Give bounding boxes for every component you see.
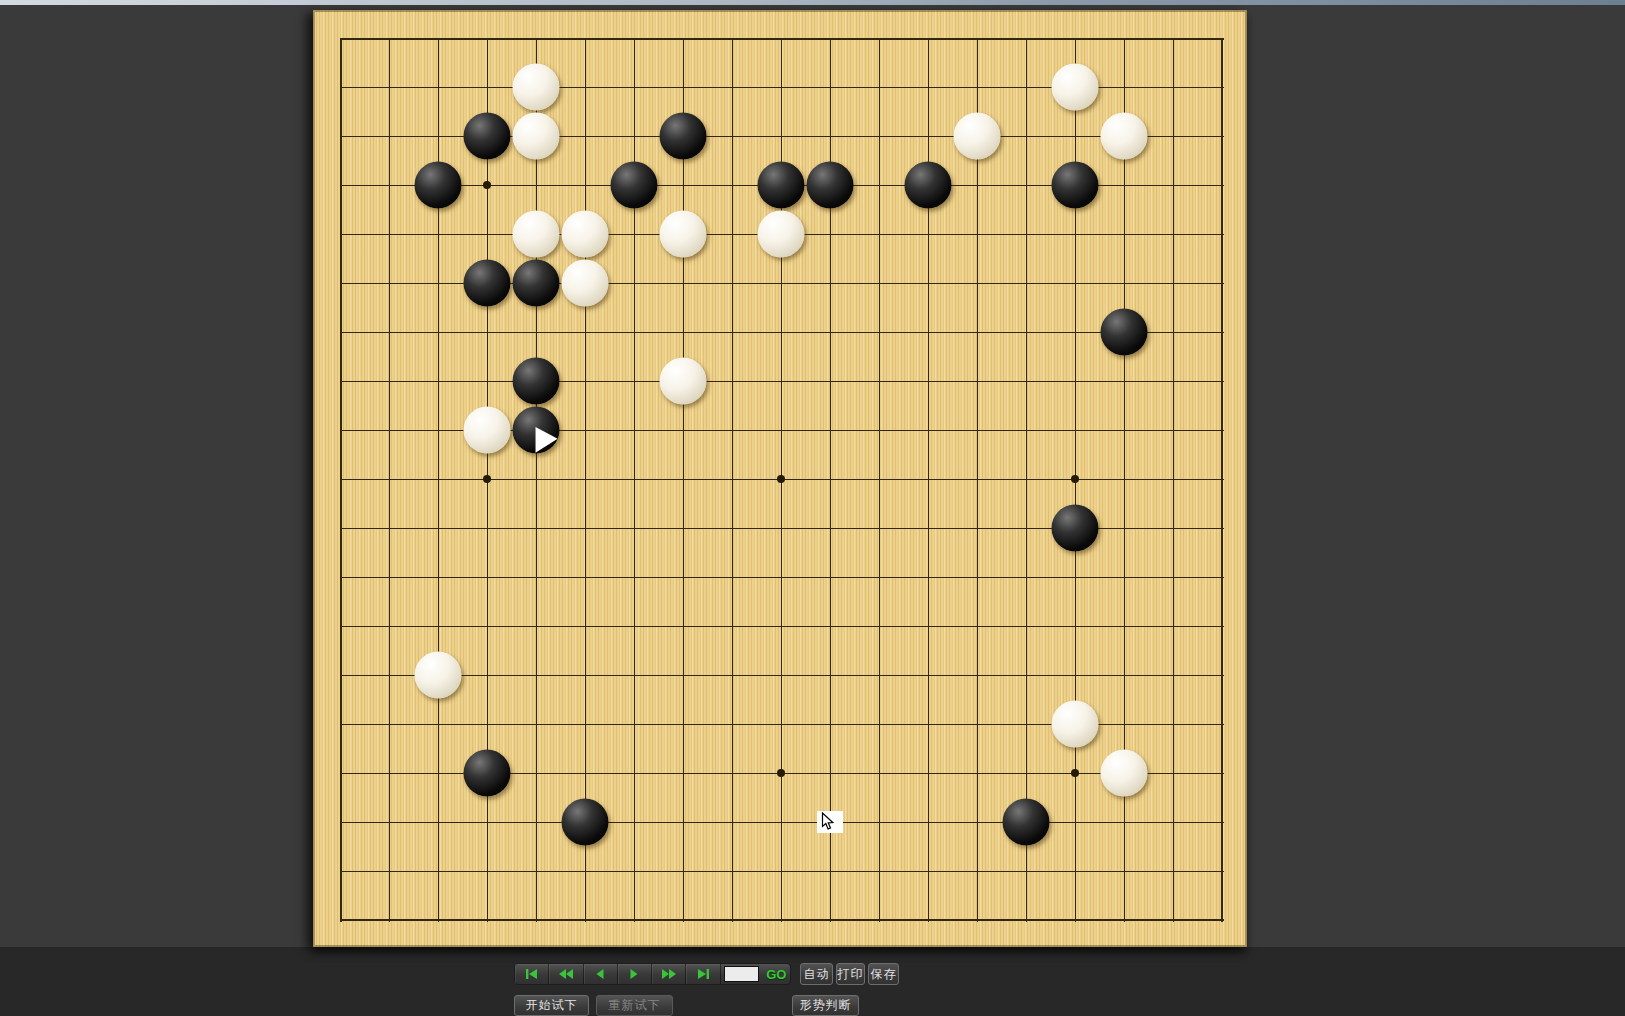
trial-restart-button[interactable]: 重新试下 bbox=[596, 995, 673, 1016]
last-move-marker bbox=[535, 427, 558, 453]
nav-back-button[interactable] bbox=[584, 964, 618, 984]
step-backward-icon bbox=[592, 969, 608, 979]
stone-black bbox=[415, 162, 462, 209]
grid-line-horizontal bbox=[340, 626, 1224, 627]
stone-white bbox=[660, 358, 707, 405]
mouse-cursor bbox=[817, 811, 843, 833]
nav-toolbar: GO bbox=[514, 963, 791, 985]
grid-line-vertical bbox=[879, 38, 880, 922]
grid-line-vertical bbox=[1026, 38, 1027, 922]
fast-backward-icon bbox=[558, 969, 574, 979]
stone-black bbox=[611, 162, 658, 209]
grid-line-horizontal bbox=[340, 577, 1224, 578]
grid-line-horizontal bbox=[340, 675, 1224, 676]
trial-start-button[interactable]: 开始试下 bbox=[514, 995, 589, 1016]
grid-line-vertical bbox=[732, 38, 733, 922]
stone-white bbox=[954, 113, 1001, 160]
skip-to-start-icon bbox=[524, 969, 540, 979]
grid-line-vertical bbox=[977, 38, 978, 922]
nav-first-button[interactable] bbox=[515, 964, 549, 984]
grid-line-horizontal bbox=[340, 38, 1224, 40]
go-button[interactable]: GO bbox=[763, 967, 790, 982]
stone-black bbox=[1003, 799, 1050, 846]
stone-white bbox=[562, 211, 609, 258]
stone-black bbox=[513, 358, 560, 405]
move-number-input[interactable] bbox=[724, 966, 759, 982]
star-point bbox=[777, 769, 785, 777]
stone-black bbox=[758, 162, 805, 209]
star-point bbox=[777, 475, 785, 483]
grid-line-vertical bbox=[536, 38, 537, 922]
print-button[interactable]: 打印 bbox=[836, 963, 865, 985]
judge-button[interactable]: 形势判断 bbox=[792, 995, 859, 1016]
stone-white bbox=[1101, 113, 1148, 160]
nav-fast-back-button[interactable] bbox=[549, 964, 583, 984]
grid-line-horizontal bbox=[340, 332, 1224, 333]
stone-white bbox=[758, 211, 805, 258]
stone-black bbox=[464, 113, 511, 160]
skip-to-end-icon bbox=[695, 969, 711, 979]
stone-black bbox=[562, 799, 609, 846]
window-top-bar bbox=[0, 0, 1625, 5]
star-point bbox=[483, 181, 491, 189]
stone-black bbox=[513, 407, 560, 454]
save-button[interactable]: 保存 bbox=[868, 963, 899, 985]
stone-black bbox=[513, 260, 560, 307]
fast-forward-icon bbox=[661, 969, 677, 979]
grid-line-horizontal bbox=[340, 871, 1224, 872]
stone-white bbox=[1052, 701, 1099, 748]
grid-line-vertical bbox=[585, 38, 586, 922]
grid-line-horizontal bbox=[340, 381, 1224, 382]
stone-black bbox=[464, 260, 511, 307]
stone-black bbox=[1101, 309, 1148, 356]
stone-black bbox=[660, 113, 707, 160]
grid-line-vertical bbox=[340, 38, 342, 922]
grid-line-vertical bbox=[389, 38, 390, 922]
stone-white bbox=[513, 113, 560, 160]
star-point bbox=[483, 475, 491, 483]
auto-play-button[interactable]: 自动 bbox=[800, 963, 833, 985]
star-point bbox=[1071, 769, 1079, 777]
grid-line-vertical bbox=[1173, 38, 1174, 922]
stone-white bbox=[562, 260, 609, 307]
stone-white bbox=[1101, 750, 1148, 797]
grid-line-vertical bbox=[1221, 38, 1223, 922]
nav-fast-forward-button[interactable] bbox=[652, 964, 686, 984]
step-forward-icon bbox=[626, 969, 642, 979]
nav-forward-button[interactable] bbox=[618, 964, 652, 984]
stone-white bbox=[660, 211, 707, 258]
stone-black bbox=[464, 750, 511, 797]
stone-white bbox=[415, 652, 462, 699]
grid-line-vertical bbox=[683, 38, 684, 922]
stone-white bbox=[1052, 64, 1099, 111]
stone-black bbox=[1052, 505, 1099, 552]
grid-line-horizontal bbox=[340, 822, 1224, 823]
nav-last-button[interactable] bbox=[686, 964, 720, 984]
star-point bbox=[1071, 475, 1079, 483]
stone-black bbox=[1052, 162, 1099, 209]
stone-black bbox=[905, 162, 952, 209]
grid-line-horizontal bbox=[340, 919, 1224, 921]
stone-white bbox=[464, 407, 511, 454]
stone-black bbox=[807, 162, 854, 209]
stone-white bbox=[513, 64, 560, 111]
go-board[interactable] bbox=[313, 10, 1247, 947]
cursor-arrow-icon bbox=[820, 812, 835, 831]
stone-white bbox=[513, 211, 560, 258]
